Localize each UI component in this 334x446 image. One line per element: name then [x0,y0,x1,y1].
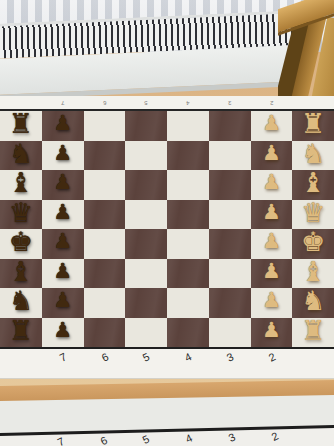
piece-black-pawn: ♟ [42,198,84,228]
board-grid: ♜♟♟♜♞♟♟♞♝♟♟♝♛♟♟♛♚♟♟♚♝♟♟♝♞♟♟♞♜♟♟♜ [0,111,334,347]
board-square: ♝ [292,259,334,289]
piece-black-bishop: ♝ [0,257,42,287]
piece-white-pawn: ♟ [251,109,293,139]
piece-white-pawn: ♟ [251,286,293,316]
rank-label-far-side: 3 [209,100,251,106]
board-square: ♟ [42,170,84,200]
board-square [125,170,167,200]
board-square: ♞ [292,288,334,318]
piece-black-pawn: ♟ [42,139,84,169]
piece-white-pawn: ♟ [251,227,293,257]
board-square [84,200,126,230]
board-square [209,141,251,171]
board-square: ♛ [0,200,42,230]
board-rank-labels: 765432 [0,347,334,365]
board-square [209,229,251,259]
board-square [84,170,126,200]
board-square: ♝ [292,170,334,200]
piece-black-king: ♚ [0,227,42,257]
board-square [84,288,126,318]
board-square: ♝ [0,259,42,289]
piece-white-rook: ♜ [292,316,334,346]
rank-label-far-side: 4 [167,100,209,106]
wooden-chair [278,0,334,98]
board-square: ♟ [42,259,84,289]
board-square [125,259,167,289]
board-square [125,200,167,230]
board-square [167,229,209,259]
board-square: ♚ [0,229,42,259]
board-square: ♟ [251,259,293,289]
board-square [125,229,167,259]
board-square: ♟ [251,288,293,318]
board-square [167,259,209,289]
piece-black-rook: ♜ [0,109,42,139]
piece-white-bishop: ♝ [292,257,334,287]
piece-white-pawn: ♟ [251,257,293,287]
piece-white-pawn: ♟ [251,198,293,228]
board-square [125,288,167,318]
board-square: ♜ [292,111,334,141]
board-square [209,259,251,289]
piece-black-knight: ♞ [0,286,42,316]
board-square: ♛ [292,200,334,230]
piece-white-pawn: ♟ [251,168,293,198]
piece-black-queen: ♛ [0,198,42,228]
board-square [125,111,167,141]
board-square [167,141,209,171]
board-square [84,259,126,289]
piece-black-pawn: ♟ [42,316,84,346]
piece-white-pawn: ♟ [251,139,293,169]
board-square [125,141,167,171]
piece-white-pawn: ♟ [251,316,293,346]
board-square [209,288,251,318]
board-square [209,111,251,141]
rank-label-far-side: 2 [251,100,293,106]
chess-board: 765432 ♜♟♟♜♞♟♟♞♝♟♟♝♛♟♟♛♚♟♟♚♝♟♟♝♞♟♟♞♜♟♟♜ … [0,96,334,378]
board-square [167,200,209,230]
board-square: ♜ [0,111,42,141]
board-square [84,111,126,141]
board-square [209,200,251,230]
rank-label-far-side: 7 [42,100,84,106]
board-square: ♟ [42,111,84,141]
board-square: ♟ [42,288,84,318]
board-square: ♜ [292,318,334,348]
rank-label-far-side: 5 [125,100,167,106]
rank-label [2,348,40,366]
board-square [84,229,126,259]
board-square: ♟ [251,229,293,259]
rank-label [294,348,332,366]
piece-black-pawn: ♟ [42,109,84,139]
piece-black-bishop: ♝ [0,168,42,198]
board-square: ♝ [0,170,42,200]
board-square [167,111,209,141]
piece-white-bishop: ♝ [292,168,334,198]
piece-white-knight: ♞ [292,139,334,169]
piece-white-queen: ♛ [292,198,334,228]
piece-black-pawn: ♟ [42,168,84,198]
rank-label-far-side: 6 [84,100,126,106]
piece-white-king: ♚ [292,227,334,257]
board-square: ♟ [42,141,84,171]
board-square: ♟ [251,170,293,200]
board-square [167,288,209,318]
piece-white-knight: ♞ [292,286,334,316]
piece-black-rook: ♜ [0,316,42,346]
board-square: ♟ [251,141,293,171]
board-square: ♜ [0,318,42,348]
piece-black-knight: ♞ [0,139,42,169]
board-square: ♞ [0,288,42,318]
board-square [209,170,251,200]
piece-black-pawn: ♟ [42,257,84,287]
board-square: ♚ [292,229,334,259]
board-square [167,170,209,200]
board-square: ♞ [0,141,42,171]
board-top-border-labels: 765432 [0,96,334,111]
piece-black-pawn: ♟ [42,286,84,316]
piece-black-pawn: ♟ [42,227,84,257]
board-square: ♟ [42,229,84,259]
board-square [84,141,126,171]
photo-scene: 765432 ♜♟♟♜♞♟♟♞♝♟♟♝♛♟♟♛♚♟♟♚♝♟♟♝♞♟♟♞♜♟♟♜ … [0,0,334,446]
board-square: ♟ [42,200,84,230]
radiator [0,10,295,98]
piece-white-rook: ♜ [292,109,334,139]
board-square: ♞ [292,141,334,171]
board-square: ♟ [251,200,293,230]
board-square: ♟ [251,111,293,141]
